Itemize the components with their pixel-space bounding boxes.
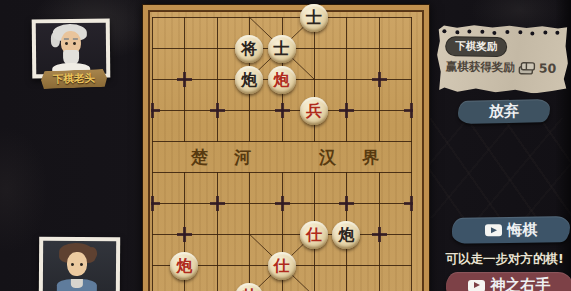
point-marker [210, 103, 225, 118]
grid-line [346, 17, 347, 142]
piece-black[interactable]: 士 [300, 4, 328, 32]
punch-hole [493, 31, 497, 35]
player-portrait-frame [39, 237, 120, 291]
god-hand-button-label: 神之右手 [491, 276, 551, 291]
background-beams-texture [428, 118, 571, 218]
avatar-face-shape [67, 252, 87, 276]
reward-line: 赢棋获得奖励 50 [446, 59, 557, 76]
grid-line [411, 17, 412, 291]
river-label-right: 汉界 [319, 146, 405, 169]
grid-line [217, 172, 218, 291]
point-marker [177, 72, 192, 87]
piece-black[interactable]: 炮 [235, 66, 263, 94]
point-marker [339, 196, 354, 211]
piece-red[interactable]: 兵 [300, 97, 328, 125]
punch-hole [480, 30, 484, 34]
point-marker [275, 196, 290, 211]
abandon-button-label: 放弃 [489, 102, 519, 122]
grid-line [152, 17, 153, 291]
opponent-name-banner: 下棋老头 [41, 69, 108, 89]
abandon-button[interactable]: 放弃 [458, 99, 550, 124]
avatar-eye-shape [80, 263, 83, 266]
avatar-eye-shape [65, 42, 68, 45]
point-marker [372, 227, 387, 242]
note-punch-holes [437, 24, 568, 26]
reward-note: 下棋奖励 赢棋获得奖励 50 [437, 24, 569, 94]
piece-black[interactable]: 士 [268, 35, 296, 63]
punch-hole [442, 29, 446, 33]
old-man-avatar [36, 23, 107, 75]
undo-button-label: 悔棋 [507, 220, 537, 239]
point-marker [151, 103, 160, 118]
grid-line [249, 172, 250, 291]
punch-hole [543, 31, 547, 35]
point-marker [372, 72, 387, 87]
xiangqi-board[interactable]: 楚河 汉界 士将士炮炮兵仕炮炮仕帅 [142, 4, 430, 291]
punch-hole [468, 30, 472, 34]
god-hand-button[interactable]: 神之右手 [446, 272, 571, 291]
avatar-brow-shape [64, 38, 69, 40]
reward-amount: 50 [539, 61, 557, 76]
point-marker [177, 227, 192, 242]
point-marker [275, 103, 290, 118]
video-play-icon [484, 224, 501, 236]
reward-line-label: 赢棋获得奖励 [446, 59, 515, 75]
opponent-name-label: 下棋老头 [53, 71, 95, 86]
undo-move-button[interactable]: 悔棋 [452, 216, 570, 244]
grid-line [217, 17, 218, 142]
piece-red[interactable]: 仕 [268, 252, 296, 280]
river-label-left: 楚河 [191, 146, 277, 169]
punch-hole [531, 31, 535, 35]
point-marker [210, 196, 225, 211]
avatar-collar-shape [71, 279, 83, 288]
punch-hole [556, 31, 560, 35]
video-play-icon [468, 280, 485, 291]
punch-hole [455, 30, 459, 34]
xiangqi-game-scene: 下棋老头 楚河 汉界 士将士炮炮兵仕炮炮仕帅 下棋奖励 赢棋获得奖励 [0, 0, 571, 291]
point-marker [404, 103, 413, 118]
avatar-eye-shape [73, 42, 76, 45]
piece-red[interactable]: 仕 [300, 221, 328, 249]
avatar-brow-shape [73, 38, 78, 40]
punch-hole [518, 30, 522, 34]
piece-red[interactable]: 炮 [268, 66, 296, 94]
coin-stack-icon [518, 61, 536, 75]
piece-black[interactable]: 将 [235, 35, 263, 63]
point-marker [151, 196, 160, 211]
point-marker [339, 103, 354, 118]
punch-hole [505, 30, 509, 34]
avatar-eye-shape [71, 263, 74, 266]
reward-title-badge: 下棋奖励 [446, 37, 506, 56]
young-man-avatar [43, 241, 116, 291]
point-marker [404, 196, 413, 211]
god-hand-tip-text: 可以走一步对方的棋! [438, 251, 571, 268]
